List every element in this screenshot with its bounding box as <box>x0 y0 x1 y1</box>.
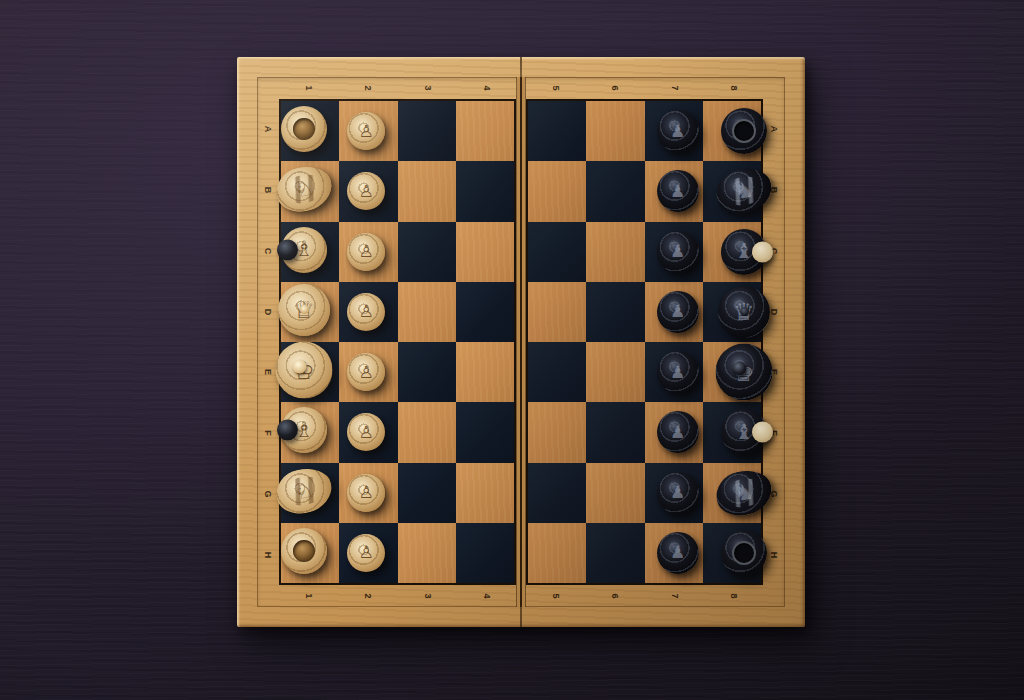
board-square-b8[interactable]: ♞ <box>703 161 761 221</box>
board-square-h6[interactable] <box>586 523 644 583</box>
piece-white-pawn[interactable]: ♙ <box>347 474 385 512</box>
piece-white-queen[interactable]: ♕ <box>278 284 330 336</box>
chess-piece-glyph: ♟ <box>670 243 685 260</box>
chess-piece-glyph: ♝ <box>734 422 753 443</box>
piece-white-pawn[interactable]: ♙ <box>347 534 385 572</box>
board-square-f6[interactable] <box>586 402 644 462</box>
board-square-d2[interactable]: ♙ <box>339 282 397 342</box>
piece-white-bishop[interactable]: ♗ <box>281 407 327 453</box>
coord-bottom-8: 8 <box>704 585 763 607</box>
chess-piece-glyph: ♟ <box>670 303 685 320</box>
board-square-g3[interactable] <box>398 463 456 523</box>
piece-white-pawn[interactable]: ♙ <box>347 112 385 150</box>
board-square-e4[interactable] <box>456 342 514 402</box>
chess-piece-glyph: ♜ <box>734 542 753 563</box>
chess-piece-glyph: ♚ <box>733 360 755 384</box>
coord-bottom-4: 4 <box>457 585 516 607</box>
coord-top-5: 5 <box>526 77 585 99</box>
piece-white-knight[interactable]: ♘ <box>272 463 336 518</box>
coord-left-C: C <box>257 221 279 282</box>
board-square-e1[interactable]: ♔ <box>281 342 339 402</box>
board-square-d3[interactable] <box>398 282 456 342</box>
board-square-e7[interactable]: ♟ <box>645 342 703 402</box>
coord-top-6: 6 <box>585 77 644 99</box>
board-square-a6[interactable] <box>586 101 644 161</box>
coord-top-7: 7 <box>645 77 704 99</box>
piece-black-pawn[interactable]: ♟ <box>657 532 699 574</box>
chess-piece-glyph: ♕ <box>293 298 315 322</box>
chess-piece-glyph: ♔ <box>293 358 315 382</box>
board-square-d5[interactable] <box>528 282 586 342</box>
board-square-b1[interactable]: ♘ <box>281 161 339 221</box>
piece-white-bishop[interactable]: ♗ <box>281 227 327 273</box>
chess-piece-glyph: ♙ <box>359 544 374 561</box>
coord-bottom-7: 7 <box>645 585 704 607</box>
chess-piece-glyph: ♙ <box>359 484 374 501</box>
board-square-e3[interactable] <box>398 342 456 402</box>
chess-piece-glyph: ♘ <box>293 177 316 201</box>
piece-black-pawn[interactable]: ♟ <box>657 351 699 393</box>
board-square-f8[interactable]: ♝ <box>703 402 761 462</box>
board-square-f4[interactable] <box>456 402 514 462</box>
board-square-d4[interactable] <box>456 282 514 342</box>
board-square-a5[interactable] <box>528 101 586 161</box>
board-square-b2[interactable]: ♙ <box>339 161 397 221</box>
coord-left-F: F <box>257 403 279 464</box>
coord-top-8: 8 <box>704 77 763 99</box>
chess-piece-glyph: ♙ <box>359 364 374 381</box>
board-square-e2[interactable]: ♙ <box>339 342 397 402</box>
board-square-h5[interactable] <box>528 523 586 583</box>
chess-piece-glyph: ♗ <box>295 420 314 441</box>
piece-white-king[interactable]: ♔ <box>276 342 333 399</box>
board-square-d6[interactable] <box>586 282 644 342</box>
piece-black-pawn[interactable]: ♟ <box>657 110 699 152</box>
chess-piece-glyph: ♙ <box>359 183 374 200</box>
piece-white-pawn[interactable]: ♙ <box>347 293 385 331</box>
coord-bottom-5: 5 <box>526 585 585 607</box>
piece-white-knight[interactable]: ♘ <box>272 162 336 217</box>
chess-piece-glyph: ♟ <box>670 364 685 381</box>
board-square-c3[interactable] <box>398 222 456 282</box>
board-square-f2[interactable]: ♙ <box>339 402 397 462</box>
coord-bottom-1: 1 <box>279 585 338 607</box>
board-square-e5[interactable] <box>528 342 586 402</box>
board-square-h3[interactable] <box>398 523 456 583</box>
board-square-f5[interactable] <box>528 402 586 462</box>
chess-piece-glyph: ♟ <box>670 123 685 140</box>
piece-black-pawn[interactable]: ♟ <box>657 472 699 514</box>
board-square-c6[interactable] <box>586 222 644 282</box>
board-inner-surface: ♖♙♘♙♗♙♕♙♔♙♗♙♘♙♖♙ ♟♜♟♞♟♝♟♛♟♚♟♝♟♞♟♜ 123456… <box>257 77 785 607</box>
board-square-f7[interactable]: ♟ <box>645 402 703 462</box>
board-square-b6[interactable] <box>586 161 644 221</box>
board-square-d8[interactable]: ♛ <box>703 282 761 342</box>
board-square-h2[interactable]: ♙ <box>339 523 397 583</box>
coord-bottom-3: 3 <box>398 585 457 607</box>
board-square-g7[interactable]: ♟ <box>645 463 703 523</box>
chess-piece-glyph: ♟ <box>670 424 685 441</box>
piece-black-pawn[interactable]: ♟ <box>657 411 699 453</box>
board-square-g4[interactable] <box>456 463 514 523</box>
piece-black-bishop[interactable]: ♝ <box>721 229 767 275</box>
board-square-h1[interactable]: ♖ <box>281 523 339 583</box>
coord-top-2: 2 <box>338 77 397 99</box>
chess-board: ♖♙♘♙♗♙♕♙♔♙♗♙♘♙♖♙ ♟♜♟♞♟♝♟♛♟♚♟♝♟♞♟♜ 123456… <box>237 57 805 627</box>
chess-piece-glyph: ♖ <box>295 119 314 140</box>
piece-white-rook[interactable]: ♖ <box>281 106 327 152</box>
board-square-e8[interactable]: ♚ <box>703 342 761 402</box>
chess-piece-glyph: ♟ <box>670 544 685 561</box>
piece-black-queen[interactable]: ♛ <box>718 286 770 338</box>
board-square-b7[interactable]: ♟ <box>645 161 703 221</box>
board-square-g8[interactable]: ♞ <box>703 463 761 523</box>
chess-piece-glyph: ♖ <box>295 540 314 561</box>
coord-left-A: A <box>257 99 279 160</box>
piece-white-pawn[interactable]: ♙ <box>347 413 385 451</box>
board-square-c7[interactable]: ♟ <box>645 222 703 282</box>
chess-piece-glyph: ♟ <box>670 484 685 501</box>
board-square-d1[interactable]: ♕ <box>281 282 339 342</box>
coord-bottom-2: 2 <box>338 585 397 607</box>
piece-white-pawn[interactable]: ♙ <box>347 353 385 391</box>
chess-piece-glyph: ♞ <box>732 179 755 203</box>
board-square-a4[interactable] <box>456 101 514 161</box>
piece-white-rook[interactable]: ♖ <box>281 528 327 574</box>
coord-left-D: D <box>257 281 279 342</box>
board-square-d7[interactable]: ♟ <box>645 282 703 342</box>
coord-left-H: H <box>257 524 279 585</box>
board-square-c1[interactable]: ♗ <box>281 222 339 282</box>
piece-black-pawn[interactable]: ♟ <box>657 231 699 273</box>
chess-piece-glyph: ♜ <box>734 121 753 142</box>
board-square-a2[interactable]: ♙ <box>339 101 397 161</box>
chess-piece-glyph: ♗ <box>295 239 314 260</box>
chess-piece-glyph: ♝ <box>734 241 753 262</box>
board-square-g2[interactable]: ♙ <box>339 463 397 523</box>
piece-black-bishop[interactable]: ♝ <box>721 409 767 455</box>
chess-piece-glyph: ♙ <box>359 424 374 441</box>
coord-top-3: 3 <box>398 77 457 99</box>
chess-piece-glyph: ♙ <box>359 243 374 260</box>
chess-piece-glyph: ♙ <box>359 123 374 140</box>
board-square-a7[interactable]: ♟ <box>645 101 703 161</box>
board-square-h8[interactable]: ♜ <box>703 523 761 583</box>
board-square-b4[interactable] <box>456 161 514 221</box>
hinge-seam <box>516 77 526 607</box>
board-square-a1[interactable]: ♖ <box>281 101 339 161</box>
board-square-c8[interactable]: ♝ <box>703 222 761 282</box>
table-surface: { "game": "chess", "position": { "fen": … <box>0 0 1024 700</box>
board-square-c2[interactable]: ♙ <box>339 222 397 282</box>
chess-piece-glyph: ♙ <box>359 303 374 320</box>
piece-white-pawn[interactable]: ♙ <box>347 233 385 271</box>
board-square-a8[interactable]: ♜ <box>703 101 761 161</box>
board-square-g5[interactable] <box>528 463 586 523</box>
board-square-h4[interactable] <box>456 523 514 583</box>
coord-top-4: 4 <box>457 77 516 99</box>
coord-top-1: 1 <box>279 77 338 99</box>
board-half-left: ♖♙♘♙♗♙♕♙♔♙♗♙♘♙♖♙ <box>279 99 516 585</box>
piece-black-rook[interactable]: ♜ <box>721 530 767 576</box>
board-square-f1[interactable]: ♗ <box>281 402 339 462</box>
board-half-right: ♟♜♟♞♟♝♟♛♟♚♟♝♟♞♟♜ <box>526 99 763 585</box>
board-square-g1[interactable]: ♘ <box>281 463 339 523</box>
piece-black-rook[interactable]: ♜ <box>721 108 767 154</box>
board-square-a3[interactable] <box>398 101 456 161</box>
piece-black-pawn[interactable]: ♟ <box>657 170 699 212</box>
board-square-f3[interactable] <box>398 402 456 462</box>
coord-bottom-6: 6 <box>585 585 644 607</box>
piece-white-pawn[interactable]: ♙ <box>347 172 385 210</box>
chess-piece-glyph: ♞ <box>732 480 755 504</box>
board-square-b5[interactable] <box>528 161 586 221</box>
board-square-e6[interactable] <box>586 342 644 402</box>
board-square-b3[interactable] <box>398 161 456 221</box>
piece-black-pawn[interactable]: ♟ <box>657 291 699 333</box>
board-square-h7[interactable]: ♟ <box>645 523 703 583</box>
board-square-c4[interactable] <box>456 222 514 282</box>
chess-piece-glyph: ♘ <box>293 478 316 502</box>
chess-piece-glyph: ♟ <box>670 183 685 200</box>
piece-black-king[interactable]: ♚ <box>715 344 772 401</box>
chess-piece-glyph: ♛ <box>733 300 755 324</box>
board-square-c5[interactable] <box>528 222 586 282</box>
board-square-g6[interactable] <box>586 463 644 523</box>
